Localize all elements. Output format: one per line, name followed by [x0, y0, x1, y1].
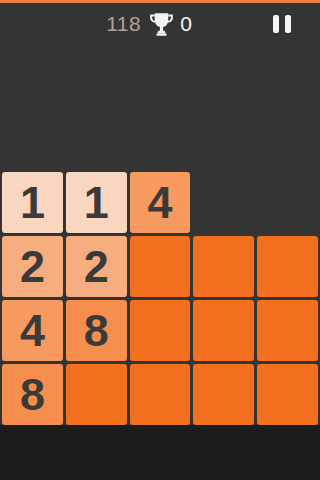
empty-cell[interactable]: [130, 364, 191, 425]
tile-4[interactable]: 4: [130, 172, 191, 233]
tile-8[interactable]: 8: [2, 364, 63, 425]
pause-icon: [285, 15, 291, 33]
game-board: 11422488: [0, 172, 320, 425]
tile-2[interactable]: 2: [66, 236, 127, 297]
empty-cell[interactable]: [193, 300, 254, 361]
no-cell: [193, 172, 254, 233]
no-cell: [257, 172, 318, 233]
score-group: 118 0: [106, 11, 192, 38]
empty-cell[interactable]: [66, 364, 127, 425]
pause-button[interactable]: [273, 15, 291, 33]
empty-cell[interactable]: [130, 300, 191, 361]
empty-cell[interactable]: [257, 364, 318, 425]
empty-cell[interactable]: [257, 236, 318, 297]
empty-cell[interactable]: [130, 236, 191, 297]
tile-8[interactable]: 8: [66, 300, 127, 361]
tile-1[interactable]: 1: [2, 172, 63, 233]
bottom-panel: [0, 425, 320, 480]
tile-4[interactable]: 4: [2, 300, 63, 361]
empty-cell[interactable]: [257, 300, 318, 361]
pause-icon: [273, 15, 279, 33]
trophy-icon: [148, 11, 175, 38]
header: 118 0: [0, 3, 320, 45]
tile-2[interactable]: 2: [2, 236, 63, 297]
empty-cell[interactable]: [193, 236, 254, 297]
tile-1[interactable]: 1: [66, 172, 127, 233]
empty-cell[interactable]: [193, 364, 254, 425]
trophy-count: 0: [180, 12, 192, 36]
score-value: 118: [106, 12, 141, 36]
